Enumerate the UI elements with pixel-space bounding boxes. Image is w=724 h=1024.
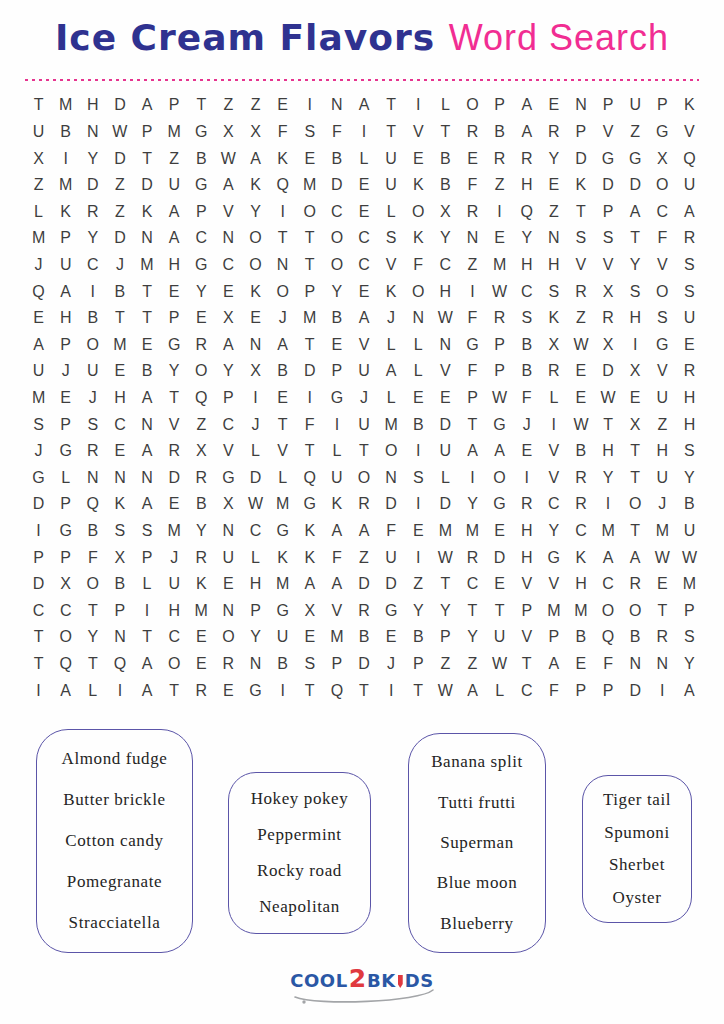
- grid-cell: C: [567, 518, 594, 545]
- grid-cell: D: [622, 677, 649, 704]
- grid-cell: O: [323, 252, 350, 279]
- grid-cell: D: [25, 571, 52, 598]
- grid-cell: S: [540, 278, 567, 305]
- grid-cell: E: [188, 651, 215, 678]
- grid-cell: F: [79, 544, 106, 571]
- grid-cell: Q: [188, 385, 215, 412]
- grid-cell: X: [215, 491, 242, 518]
- grid-cell: C: [188, 225, 215, 252]
- grid-cell: S: [79, 411, 106, 438]
- grid-cell: C: [25, 598, 52, 625]
- grid-cell: T: [432, 571, 459, 598]
- grid-cell: P: [432, 624, 459, 651]
- grid-cell: K: [567, 544, 594, 571]
- word-list-item: Banana split: [431, 752, 523, 772]
- grid-cell: E: [378, 624, 405, 651]
- grid-cell: G: [486, 411, 513, 438]
- grid-cell: D: [323, 172, 350, 199]
- grid-cell: N: [133, 225, 160, 252]
- grid-cell: O: [486, 465, 513, 492]
- grid-cell: H: [432, 278, 459, 305]
- grid-cell: Z: [567, 305, 594, 332]
- grid-cell: C: [649, 198, 676, 225]
- grid-cell: C: [350, 225, 377, 252]
- grid-cell: P: [567, 119, 594, 146]
- grid-cell: Y: [459, 491, 486, 518]
- grid-cell: W: [595, 385, 622, 412]
- grid-cell: T: [79, 651, 106, 678]
- grid-cell: D: [79, 172, 106, 199]
- grid-cell: P: [513, 598, 540, 625]
- grid-cell: Z: [540, 198, 567, 225]
- grid-cell: N: [242, 331, 269, 358]
- grid-cell: H: [676, 411, 703, 438]
- grid-cell: U: [161, 571, 188, 598]
- grid-cell: V: [161, 411, 188, 438]
- grid-cell: F: [459, 172, 486, 199]
- grid-cell: A: [676, 198, 703, 225]
- grid-cell: J: [242, 411, 269, 438]
- grid-cell: E: [649, 571, 676, 598]
- grid-cell: I: [540, 411, 567, 438]
- grid-cell: E: [567, 651, 594, 678]
- grid-cell: B: [188, 145, 215, 172]
- grid-cell: T: [269, 225, 296, 252]
- grid-cell: Z: [622, 119, 649, 146]
- grid-cell: E: [486, 518, 513, 545]
- grid-cell: B: [269, 358, 296, 385]
- grid-cell: T: [459, 411, 486, 438]
- grid-cell: C: [350, 252, 377, 279]
- grid-cell: P: [242, 598, 269, 625]
- grid-cell: E: [567, 385, 594, 412]
- grid-cell: N: [215, 225, 242, 252]
- grid-cell: P: [296, 278, 323, 305]
- logo-part3: BK: [367, 972, 396, 990]
- grid-cell: M: [323, 624, 350, 651]
- grid-cell: V: [595, 119, 622, 146]
- grid-cell: R: [567, 465, 594, 492]
- grid-cell: B: [486, 119, 513, 146]
- grid-cell: X: [622, 411, 649, 438]
- grid-cell: C: [242, 518, 269, 545]
- grid-cell: F: [269, 119, 296, 146]
- grid-cell: U: [350, 411, 377, 438]
- grid-cell: U: [676, 305, 703, 332]
- grid-cell: G: [649, 119, 676, 146]
- grid-cell: S: [676, 624, 703, 651]
- grid-cell: H: [52, 305, 79, 332]
- grid-cell: P: [540, 624, 567, 651]
- grid-cell: I: [269, 198, 296, 225]
- grid-cell: K: [540, 305, 567, 332]
- grid-cell: N: [79, 119, 106, 146]
- grid-cell: K: [106, 491, 133, 518]
- grid-cell: G: [52, 518, 79, 545]
- grid-cell: S: [378, 225, 405, 252]
- grid-cell: N: [215, 598, 242, 625]
- grid-cell: L: [79, 677, 106, 704]
- grid-cell: W: [676, 544, 703, 571]
- grid-cell: J: [269, 305, 296, 332]
- grid-cell: Z: [405, 571, 432, 598]
- grid-cell: D: [106, 225, 133, 252]
- word-list-item: Blue moon: [437, 873, 517, 893]
- grid-cell: A: [161, 225, 188, 252]
- grid-cell: P: [52, 491, 79, 518]
- grid-cell: V: [676, 119, 703, 146]
- grid-cell: H: [540, 252, 567, 279]
- grid-cell: Y: [188, 518, 215, 545]
- grid-cell: O: [350, 465, 377, 492]
- grid-cell: A: [52, 278, 79, 305]
- grid-cell: R: [676, 358, 703, 385]
- grid-cell: A: [459, 677, 486, 704]
- grid-cell: B: [106, 278, 133, 305]
- grid-cell: N: [269, 252, 296, 279]
- grid-cell: O: [79, 571, 106, 598]
- grid-cell: P: [649, 92, 676, 119]
- grid-cell: P: [188, 198, 215, 225]
- grid-cell: L: [242, 438, 269, 465]
- grid-cell: N: [79, 465, 106, 492]
- grid-cell: N: [432, 331, 459, 358]
- grid-cell: E: [540, 92, 567, 119]
- grid-cell: R: [188, 677, 215, 704]
- grid-cell: A: [133, 385, 160, 412]
- grid-cell: T: [79, 598, 106, 625]
- grid-cell: P: [459, 385, 486, 412]
- grid-cell: V: [323, 598, 350, 625]
- grid-cell: O: [649, 278, 676, 305]
- grid-cell: E: [486, 225, 513, 252]
- grid-cell: T: [459, 598, 486, 625]
- grid-cell: U: [486, 624, 513, 651]
- grid-cell: W: [486, 651, 513, 678]
- grid-cell: E: [486, 571, 513, 598]
- grid-cell: A: [25, 331, 52, 358]
- grid-cell: U: [432, 438, 459, 465]
- grid-cell: O: [296, 198, 323, 225]
- word-list-item: Spumoni: [604, 823, 670, 843]
- grid-cell: V: [350, 331, 377, 358]
- grid-cell: S: [649, 305, 676, 332]
- grid-cell: M: [188, 598, 215, 625]
- grid-cell: J: [513, 411, 540, 438]
- grid-cell: G: [296, 491, 323, 518]
- grid-cell: J: [25, 252, 52, 279]
- grid-cell: B: [676, 491, 703, 518]
- grid-cell: M: [378, 411, 405, 438]
- grid-cell: T: [106, 305, 133, 332]
- grid-cell: E: [215, 571, 242, 598]
- grid-cell: J: [161, 544, 188, 571]
- grid-cell: Y: [459, 624, 486, 651]
- grid-cell: D: [350, 651, 377, 678]
- grid-cell: R: [188, 544, 215, 571]
- grid-cell: I: [459, 465, 486, 492]
- grid-cell: E: [405, 145, 432, 172]
- grid-cell: B: [188, 491, 215, 518]
- grid-cell: E: [676, 331, 703, 358]
- word-list-box: Banana splitTutti fruttiSupermanBlue moo…: [408, 733, 546, 953]
- grid-cell: T: [25, 651, 52, 678]
- grid-cell: W: [432, 305, 459, 332]
- grid-cell: Z: [350, 544, 377, 571]
- grid-cell: P: [486, 358, 513, 385]
- grid-cell: X: [215, 305, 242, 332]
- grid-cell: M: [595, 518, 622, 545]
- grid-cell: D: [296, 358, 323, 385]
- grid-cell: M: [459, 518, 486, 545]
- grid-cell: V: [215, 438, 242, 465]
- grid-cell: E: [269, 92, 296, 119]
- grid-cell: H: [79, 92, 106, 119]
- grid-cell: M: [296, 305, 323, 332]
- grid-cell: Y: [540, 518, 567, 545]
- grid-cell: X: [595, 278, 622, 305]
- logo-part1: COOL: [290, 972, 347, 990]
- grid-cell: D: [350, 571, 377, 598]
- title-main: Ice Cream Flavors: [55, 17, 435, 58]
- grid-cell: G: [52, 438, 79, 465]
- grid-cell: W: [106, 119, 133, 146]
- grid-cell: D: [25, 491, 52, 518]
- grid-cell: S: [513, 305, 540, 332]
- grid-cell: E: [269, 385, 296, 412]
- grid-cell: I: [52, 145, 79, 172]
- grid-cell: E: [242, 305, 269, 332]
- grid-cell: E: [350, 278, 377, 305]
- grid-cell: G: [161, 331, 188, 358]
- grid-cell: T: [296, 225, 323, 252]
- grid-cell: D: [622, 172, 649, 199]
- grid-cell: M: [486, 252, 513, 279]
- grid-cell: X: [649, 145, 676, 172]
- grid-cell: T: [25, 624, 52, 651]
- grid-cell: O: [161, 651, 188, 678]
- grid-cell: B: [432, 145, 459, 172]
- grid-cell: T: [405, 677, 432, 704]
- grid-cell: O: [52, 624, 79, 651]
- grid-cell: S: [133, 518, 160, 545]
- grid-cell: J: [52, 358, 79, 385]
- grid-cell: D: [486, 544, 513, 571]
- grid-cell: O: [79, 331, 106, 358]
- grid-cell: U: [323, 465, 350, 492]
- grid-cell: R: [459, 119, 486, 146]
- grid-cell: I: [296, 92, 323, 119]
- grid-cell: B: [513, 331, 540, 358]
- grid-cell: U: [378, 172, 405, 199]
- grid-cell: F: [459, 358, 486, 385]
- grid-cell: D: [133, 172, 160, 199]
- grid-cell: P: [52, 225, 79, 252]
- logo-text: COOL2BKDS: [287, 966, 437, 991]
- grid-cell: E: [215, 677, 242, 704]
- grid-cell: Y: [79, 624, 106, 651]
- grid-cell: E: [405, 385, 432, 412]
- grid-cell: W: [432, 544, 459, 571]
- grid-cell: F: [595, 651, 622, 678]
- grid-cell: P: [161, 305, 188, 332]
- grid-cell: K: [188, 571, 215, 598]
- grid-cell: M: [161, 518, 188, 545]
- grid-cell: R: [540, 358, 567, 385]
- grid-cell: I: [405, 92, 432, 119]
- grid-cell: K: [269, 145, 296, 172]
- grid-cell: W: [486, 278, 513, 305]
- grid-cell: R: [567, 491, 594, 518]
- grid-cell: V: [269, 438, 296, 465]
- grid-cell: Y: [161, 358, 188, 385]
- grid-cell: C: [323, 198, 350, 225]
- logo-part2: 2: [349, 966, 366, 991]
- word-list-item: Almond fudge: [62, 749, 168, 769]
- grid-cell: A: [350, 518, 377, 545]
- grid-cell: A: [459, 438, 486, 465]
- grid-cell: Y: [432, 598, 459, 625]
- grid-cell: I: [405, 438, 432, 465]
- word-list-item: Tutti frutti: [438, 793, 516, 813]
- grid-cell: P: [25, 544, 52, 571]
- grid-cell: S: [676, 252, 703, 279]
- grid-cell: G: [486, 491, 513, 518]
- grid-cell: V: [513, 571, 540, 598]
- grid-cell: C: [540, 491, 567, 518]
- grid-cell: J: [25, 438, 52, 465]
- grid-cell: S: [622, 278, 649, 305]
- grid-cell: T: [378, 119, 405, 146]
- grid-cell: M: [432, 518, 459, 545]
- grid-cell: K: [676, 92, 703, 119]
- grid-cell: V: [649, 252, 676, 279]
- grid-cell: B: [432, 172, 459, 199]
- grid-cell: R: [567, 278, 594, 305]
- grid-cell: D: [378, 571, 405, 598]
- grid-cell: I: [622, 331, 649, 358]
- grid-cell: U: [350, 358, 377, 385]
- grid-cell: A: [622, 198, 649, 225]
- grid-cell: C: [432, 252, 459, 279]
- grid-cell: A: [323, 518, 350, 545]
- grid-cell: C: [215, 252, 242, 279]
- grid-cell: I: [649, 677, 676, 704]
- grid-cell: N: [242, 651, 269, 678]
- cool2bkids-logo: COOL2BKDS: [287, 966, 437, 1005]
- grid-cell: N: [649, 651, 676, 678]
- grid-cell: T: [622, 518, 649, 545]
- grid-cell: A: [513, 92, 540, 119]
- grid-cell: I: [25, 677, 52, 704]
- grid-cell: A: [133, 491, 160, 518]
- grid-cell: K: [405, 225, 432, 252]
- grid-cell: T: [486, 598, 513, 625]
- grid-cell: A: [269, 331, 296, 358]
- grid-cell: E: [25, 305, 52, 332]
- grid-cell: Y: [622, 252, 649, 279]
- grid-cell: R: [486, 305, 513, 332]
- grid-cell: V: [540, 438, 567, 465]
- grid-cell: X: [188, 438, 215, 465]
- grid-cell: U: [676, 518, 703, 545]
- grid-cell: P: [676, 598, 703, 625]
- grid-cell: K: [296, 544, 323, 571]
- grid-cell: M: [676, 571, 703, 598]
- grid-cell: E: [405, 518, 432, 545]
- grid-cell: X: [595, 331, 622, 358]
- grid-cell: Y: [242, 198, 269, 225]
- grid-cell: A: [215, 331, 242, 358]
- grid-cell: K: [52, 198, 79, 225]
- grid-cell: M: [269, 491, 296, 518]
- word-list-item: Pomegranate: [67, 872, 162, 892]
- grid-cell: P: [323, 651, 350, 678]
- grid-cell: U: [622, 92, 649, 119]
- grid-cell: A: [242, 145, 269, 172]
- grid-cell: K: [567, 172, 594, 199]
- grid-cell: T: [350, 677, 377, 704]
- grid-cell: Z: [106, 172, 133, 199]
- grid-cell: R: [676, 225, 703, 252]
- grid-cell: I: [378, 677, 405, 704]
- grid-cell: R: [486, 145, 513, 172]
- grid-cell: P: [215, 385, 242, 412]
- grid-cell: B: [323, 305, 350, 332]
- grid-cell: H: [242, 571, 269, 598]
- grid-cell: M: [52, 92, 79, 119]
- grid-cell: E: [622, 385, 649, 412]
- grid-cell: G: [215, 465, 242, 492]
- grid-cell: F: [323, 119, 350, 146]
- grid-cell: V: [540, 571, 567, 598]
- grid-cell: U: [378, 544, 405, 571]
- logo-part4: DS: [405, 972, 434, 990]
- grid-cell: X: [540, 331, 567, 358]
- grid-cell: N: [459, 225, 486, 252]
- grid-cell: V: [513, 624, 540, 651]
- grid-cell: D: [242, 465, 269, 492]
- grid-cell: H: [161, 252, 188, 279]
- grid-cell: X: [242, 358, 269, 385]
- grid-cell: A: [133, 92, 160, 119]
- grid-cell: X: [106, 544, 133, 571]
- grid-cell: W: [432, 677, 459, 704]
- grid-cell: B: [622, 624, 649, 651]
- grid-cell: C: [459, 571, 486, 598]
- grid-cell: U: [25, 358, 52, 385]
- grid-cell: K: [405, 172, 432, 199]
- grid-cell: E: [133, 331, 160, 358]
- grid-cell: E: [459, 145, 486, 172]
- grid-cell: D: [106, 92, 133, 119]
- grid-cell: O: [269, 278, 296, 305]
- grid-cell: B: [567, 438, 594, 465]
- grid-cell: J: [79, 385, 106, 412]
- grid-cell: O: [622, 491, 649, 518]
- grid-cell: F: [378, 518, 405, 545]
- grid-cell: Z: [459, 252, 486, 279]
- grid-cell: W: [215, 145, 242, 172]
- grid-cell: I: [405, 544, 432, 571]
- grid-cell: U: [25, 119, 52, 146]
- grid-cell: L: [242, 544, 269, 571]
- grid-cell: A: [350, 305, 377, 332]
- grid-cell: B: [106, 571, 133, 598]
- grid-cell: H: [513, 544, 540, 571]
- grid-cell: L: [52, 465, 79, 492]
- grid-cell: K: [242, 278, 269, 305]
